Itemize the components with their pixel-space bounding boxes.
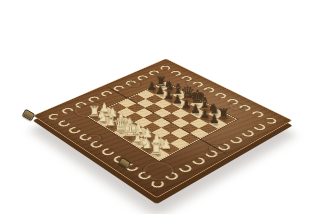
horseshoe-inlay-icon (77, 133, 93, 142)
engraving-ornament (135, 158, 182, 186)
horseshoe-inlay-icon (56, 119, 72, 127)
camera: ♜♞♝♛♚♝♞♜♟♟♟♟♟♟♟♟♟♟♟♟♟♟♟♟♜♞♝♛♚♝♞♜ (70, 26, 254, 210)
horseshoe-inlay-icon (100, 147, 117, 156)
white-rook-h1[interactable]: ♜ (149, 141, 163, 156)
horseshoe-inlay-icon (67, 126, 83, 135)
chess-board: ♜♞♝♛♚♝♞♜♟♟♟♟♟♟♟♟♟♟♟♟♟♟♟♟♜♞♝♛♚♝♞♜ (33, 59, 293, 199)
horseshoe-inlay-icon (203, 149, 220, 158)
horseshoe-inlay-icon (228, 136, 244, 145)
horseshoe-inlay-icon (213, 92, 228, 99)
black-pawn-h7[interactable]: ♟ (208, 113, 221, 125)
horseshoe-inlay-icon (88, 140, 104, 149)
horseshoe-inlay-icon (169, 70, 183, 77)
horseshoe-inlay-icon (151, 180, 164, 188)
horseshoe-inlay-icon (252, 123, 268, 131)
horseshoe-inlay-icon (190, 156, 207, 166)
horseshoe-inlay-icon (163, 171, 181, 181)
photo-stage: ♜♞♝♛♚♝♞♜♟♟♟♟♟♟♟♟♟♟♟♟♟♟♟♟♜♞♝♛♚♝♞♜ (0, 0, 320, 214)
horseshoe-inlay-icon (240, 129, 256, 138)
engraving-ornament (82, 132, 106, 145)
horseshoe-inlay-icon (265, 118, 277, 124)
horseshoe-inlay-icon (177, 163, 194, 173)
horseshoe-inlay-icon (250, 110, 265, 118)
horseshoe-inlay-icon (136, 170, 153, 180)
horseshoe-inlay-icon (99, 90, 114, 97)
horseshoe-inlay-icon (48, 114, 61, 120)
horseshoe-inlay-icon (160, 66, 170, 71)
